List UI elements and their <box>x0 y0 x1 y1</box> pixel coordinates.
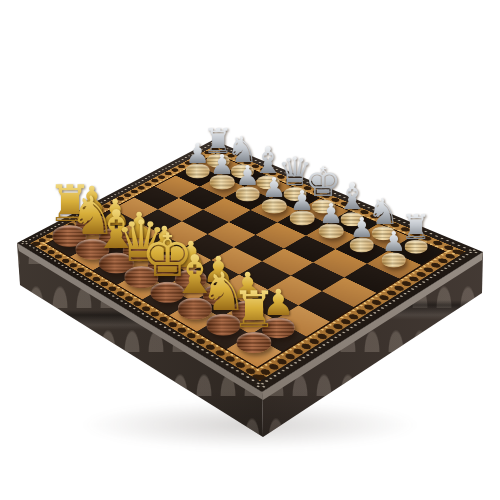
chess-set-photo: ♜♞♝♛♚♝♞♜♟♟♟♟♟♟♟♟♟♟♟♟♟♟♟♟♜♞♝♛♚♝♞♜ <box>0 0 500 500</box>
piece-gold-rook-h1[interactable]: ♜ <box>231 285 276 353</box>
piece-silver-pawn-b7[interactable]: ♟ <box>210 151 235 190</box>
pieces-layer: ♜♞♝♛♚♝♞♜♟♟♟♟♟♟♟♟♟♟♟♟♟♟♟♟♜♞♝♛♚♝♞♜ <box>0 0 500 500</box>
silver-pawn-icon: ♟ <box>290 187 315 214</box>
piece-silver-pawn-f7[interactable]: ♟ <box>319 200 344 239</box>
silver-pawn-icon: ♟ <box>349 214 374 241</box>
piece-silver-pawn-a7[interactable]: ♟ <box>185 140 210 179</box>
piece-silver-pawn-e7[interactable]: ♟ <box>290 187 315 226</box>
silver-pawn-icon: ♟ <box>382 229 407 256</box>
piece-silver-pawn-c7[interactable]: ♟ <box>235 163 260 202</box>
gold-rook-icon: ♜ <box>231 285 276 335</box>
silver-pawn-icon: ♟ <box>210 151 235 178</box>
silver-pawn-icon: ♟ <box>235 163 260 190</box>
piece-silver-pawn-g7[interactable]: ♟ <box>349 214 374 253</box>
piece-silver-pawn-d7[interactable]: ♟ <box>262 175 287 214</box>
silver-pawn-icon: ♟ <box>185 140 210 167</box>
piece-silver-pawn-h7[interactable]: ♟ <box>382 229 407 268</box>
silver-pawn-icon: ♟ <box>319 200 344 227</box>
silver-pawn-icon: ♟ <box>262 175 287 202</box>
